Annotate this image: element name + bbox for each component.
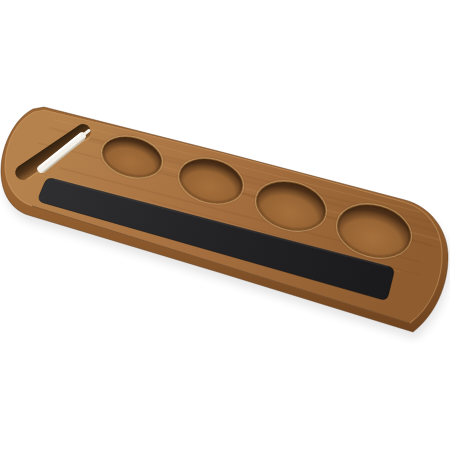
- flight-tray-photo: [0, 0, 450, 450]
- product-photo-stage: Angled overhead product photo on a seaml…: [0, 0, 450, 450]
